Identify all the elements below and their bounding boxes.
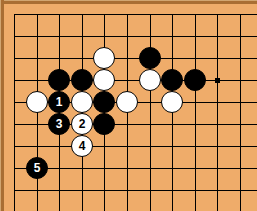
white-stone[interactable] — [139, 69, 161, 91]
move-number-label: 3 — [56, 118, 63, 130]
grid-vertical-line-8 — [195, 14, 196, 211]
white-stone-move-2[interactable]: 2 — [71, 113, 93, 135]
grid-horizontal-line-0 — [14, 14, 257, 15]
board-edge-bevel-left — [0, 0, 4, 211]
grid-horizontal-line-1 — [14, 36, 257, 37]
black-stone-move-5[interactable]: 5 — [26, 157, 48, 179]
black-stone[interactable] — [161, 69, 183, 91]
black-stone-move-3[interactable]: 3 — [48, 113, 70, 135]
black-stone[interactable] — [71, 69, 93, 91]
go-board[interactable]: 13245 — [0, 0, 257, 211]
move-number-label: 4 — [79, 140, 86, 152]
white-stone[interactable] — [116, 91, 138, 113]
white-stone[interactable] — [161, 91, 183, 113]
white-stone[interactable] — [93, 69, 115, 91]
move-number-label: 2 — [79, 118, 86, 130]
white-stone[interactable] — [26, 91, 48, 113]
star-point-hoshi — [215, 78, 220, 83]
grid-vertical-line-10 — [240, 14, 241, 211]
black-stone[interactable] — [93, 91, 115, 113]
black-stone[interactable] — [48, 69, 70, 91]
black-stone[interactable] — [139, 47, 161, 69]
grid-horizontal-line-6 — [14, 146, 257, 147]
grid-horizontal-line-7 — [14, 168, 257, 169]
board-edge-bevel-top — [0, 0, 257, 4]
black-stone-move-1[interactable]: 1 — [48, 91, 70, 113]
grid-horizontal-line-8 — [14, 190, 257, 191]
grid-vertical-line-9 — [217, 14, 218, 211]
white-stone-move-4[interactable]: 4 — [71, 135, 93, 157]
black-stone[interactable] — [184, 69, 206, 91]
move-number-label: 5 — [34, 162, 41, 174]
grid-horizontal-line-2 — [14, 58, 257, 59]
white-stone[interactable] — [71, 91, 93, 113]
grid-vertical-line-6 — [150, 14, 151, 211]
black-stone[interactable] — [93, 113, 115, 135]
grid-vertical-line-0 — [14, 14, 15, 211]
move-number-label: 1 — [56, 96, 63, 108]
white-stone[interactable] — [93, 47, 115, 69]
